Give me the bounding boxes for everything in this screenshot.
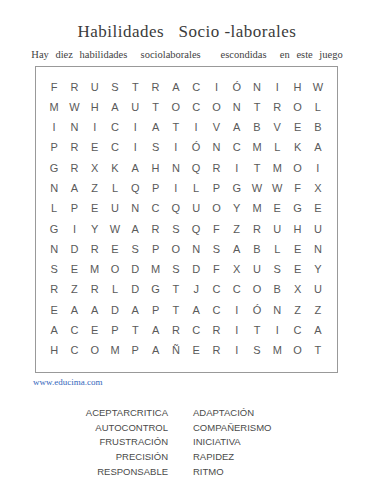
grid-cell-r5c4: K xyxy=(105,158,125,178)
grid-cell-r14c6: A xyxy=(145,341,165,361)
grid-cell-r7c8: U xyxy=(186,199,206,219)
grid-cell-r6c12: W xyxy=(267,178,287,198)
grid-cell-r3c13: E xyxy=(287,118,307,138)
grid-cell-r7c12: E xyxy=(267,199,287,219)
grid-cell-r14c1: H xyxy=(44,341,64,361)
grid-cell-r6c9: P xyxy=(206,178,226,198)
grid-cell-r3c7: T xyxy=(166,118,186,138)
grid-cell-r1c12: I xyxy=(267,77,287,97)
grid-cell-r6c4: L xyxy=(105,178,125,198)
grid-cell-r12c2: A xyxy=(64,300,84,320)
grid-cell-r3c9: V xyxy=(206,118,226,138)
grid-cell-r1c14: W xyxy=(308,77,328,97)
grid-cell-r9c13: E xyxy=(287,239,307,259)
grid-cell-r11c3: R xyxy=(85,280,105,300)
grid-cell-r7c7: Q xyxy=(166,199,186,219)
grid-cell-r12c3: A xyxy=(85,300,105,320)
grid-cell-r10c1: S xyxy=(44,260,64,280)
grid-cell-r11c4: L xyxy=(105,280,125,300)
word-search-page: Habilidades Socio -laborales Hay diez ha… xyxy=(0,0,374,480)
grid-cell-r9c1: N xyxy=(44,239,64,259)
grid-cell-r5c7: N xyxy=(166,158,186,178)
grid-cell-r9c4: E xyxy=(105,239,125,259)
grid-cell-r8c6: R xyxy=(145,219,165,239)
educima-link[interactable]: www.educima.com xyxy=(33,377,102,387)
grid-cell-r14c13: O xyxy=(287,341,307,361)
grid-cell-r2c3: H xyxy=(85,97,105,117)
grid-cell-r4c12: L xyxy=(267,138,287,158)
grid-cell-r9c10: A xyxy=(227,239,247,259)
grid-cell-r11c10: C xyxy=(227,280,247,300)
grid-cell-r3c1: I xyxy=(44,118,64,138)
grid-cell-r9c7: O xyxy=(166,239,186,259)
grid-cell-r5c14: I xyxy=(308,158,328,178)
grid-cell-r5c5: A xyxy=(125,158,145,178)
grid-cell-r1c8: C xyxy=(186,77,206,97)
grid-cell-r1c9: I xyxy=(206,77,226,97)
grid-cell-r12c8: A xyxy=(186,300,206,320)
grid-cell-r7c6: C xyxy=(145,199,165,219)
grid-cell-r4c9: N xyxy=(206,138,226,158)
grid-cell-r2c8: C xyxy=(186,97,206,117)
grid-cell-r12c13: Z xyxy=(287,300,307,320)
grid-cell-r12c5: A xyxy=(125,300,145,320)
word-item: INICIATIVA xyxy=(193,435,271,450)
grid-cell-r7c3: E xyxy=(85,199,105,219)
grid-cell-r10c3: M xyxy=(85,260,105,280)
grid-cell-r8c14: U xyxy=(308,219,328,239)
grid-cell-r8c8: Q xyxy=(186,219,206,239)
grid-cell-r14c14: T xyxy=(308,341,328,361)
grid-cell-r5c3: X xyxy=(85,158,105,178)
grid-cell-r8c11: R xyxy=(247,219,267,239)
grid-cell-r9c5: S xyxy=(125,239,145,259)
grid-cell-r11c9: C xyxy=(206,280,226,300)
grid-cell-r7c14: E xyxy=(308,199,328,219)
grid-cell-r11c8: J xyxy=(186,280,206,300)
grid-cell-r7c13: G xyxy=(287,199,307,219)
grid-cell-r13c4: P xyxy=(105,320,125,340)
grid-cell-r8c1: G xyxy=(44,219,64,239)
grid-cell-r3c4: C xyxy=(105,118,125,138)
grid-cell-r4c11: M xyxy=(247,138,267,158)
grid-cell-r14c9: R xyxy=(206,341,226,361)
grid-cell-r11c14: U xyxy=(308,280,328,300)
grid-cell-r6c6: P xyxy=(145,178,165,198)
page-title: Habilidades Socio -laborales xyxy=(0,22,374,42)
grid-cell-r4c7: I xyxy=(166,138,186,158)
grid-cell-r14c7: Ñ xyxy=(166,341,186,361)
word-item: AUTOCONTROL xyxy=(86,421,168,436)
page-subtitle: Hay diez habilidades sociolaborales esco… xyxy=(0,49,374,60)
grid-cell-r8c12: U xyxy=(267,219,287,239)
grid-cell-r4c4: C xyxy=(105,138,125,158)
grid-cell-r12c4: D xyxy=(105,300,125,320)
grid-cell-r11c13: X xyxy=(287,280,307,300)
grid-cell-r13c12: I xyxy=(267,320,287,340)
grid-cell-r7c4: U xyxy=(105,199,125,219)
grid-cell-r14c12: M xyxy=(267,341,287,361)
grid-cell-r14c8: E xyxy=(186,341,206,361)
grid-cell-r12c7: T xyxy=(166,300,186,320)
grid-cell-r4c6: S xyxy=(145,138,165,158)
grid-cell-r7c10: Y xyxy=(227,199,247,219)
grid-cell-r3c8: I xyxy=(186,118,206,138)
grid-cell-r13c14: A xyxy=(308,320,328,340)
grid-cell-r2c5: U xyxy=(125,97,145,117)
grid-cell-r5c10: I xyxy=(227,158,247,178)
word-list-column-left: ACEPTARCRITICA AUTOCONTROL FRUSTRACIÓN P… xyxy=(86,406,168,480)
grid-cell-r8c10: Z xyxy=(227,219,247,239)
word-item: RITMO xyxy=(193,465,271,480)
word-item: RAPIDEZ xyxy=(193,450,271,465)
grid-cell-r5c12: M xyxy=(267,158,287,178)
grid-cell-r9c8: N xyxy=(186,239,206,259)
grid-cell-r2c7: O xyxy=(166,97,186,117)
grid-cell-r11c7: T xyxy=(166,280,186,300)
grid-cell-r5c11: T xyxy=(247,158,267,178)
grid-cell-r13c1: A xyxy=(44,320,64,340)
grid-cell-r3c12: V xyxy=(267,118,287,138)
grid-cell-r6c2: A xyxy=(64,178,84,198)
grid-cell-r1c5: T xyxy=(125,77,145,97)
grid-cell-r4c8: Ó xyxy=(186,138,206,158)
grid-cell-r6c8: L xyxy=(186,178,206,198)
word-item: ACEPTARCRITICA xyxy=(86,406,168,421)
grid-cell-r4c5: I xyxy=(125,138,145,158)
hidden-words-list: ACEPTARCRITICA AUTOCONTROL FRUSTRACIÓN P… xyxy=(0,406,374,480)
grid-cell-r14c11: S xyxy=(247,341,267,361)
word-list-column-right: ADAPTACIÓN COMPAÑERISMO INICIATIVA RAPID… xyxy=(193,406,271,480)
word-item: COMPAÑERISMO xyxy=(193,421,271,436)
grid-cell-r12c11: Ó xyxy=(247,300,267,320)
grid-cell-r3c6: A xyxy=(145,118,165,138)
grid-cell-r9c9: S xyxy=(206,239,226,259)
grid-cell-r11c12: B xyxy=(267,280,287,300)
grid-cell-r9c2: D xyxy=(64,239,84,259)
grid-cell-r1c2: R xyxy=(64,77,84,97)
grid-cell-r4c1: P xyxy=(44,138,64,158)
grid-cell-r3c10: A xyxy=(227,118,247,138)
grid-cell-r8c2: I xyxy=(64,219,84,239)
grid-cell-r8c9: F xyxy=(206,219,226,239)
grid-cell-r2c13: O xyxy=(287,97,307,117)
word-item: PRECISIÓN xyxy=(86,450,168,465)
grid-cell-r2c4: A xyxy=(105,97,125,117)
grid-cell-r12c6: P xyxy=(145,300,165,320)
grid-cell-r7c5: N xyxy=(125,199,145,219)
grid-cell-r10c11: U xyxy=(247,260,267,280)
grid-cell-r7c11: M xyxy=(247,199,267,219)
grid-cell-r13c11: T xyxy=(247,320,267,340)
grid-cell-r10c5: D xyxy=(125,260,145,280)
grid-cell-r1c1: F xyxy=(44,77,64,97)
grid-cell-r4c10: C xyxy=(227,138,247,158)
grid-cell-r13c6: A xyxy=(145,320,165,340)
grid-cell-r9c3: R xyxy=(85,239,105,259)
grid-cell-r2c2: W xyxy=(64,97,84,117)
grid-cell-r6c5: Q xyxy=(125,178,145,198)
grid-cell-r6c3: Z xyxy=(85,178,105,198)
grid-cell-r1c7: A xyxy=(166,77,186,97)
grid-cell-r11c5: D xyxy=(125,280,145,300)
grid-cell-r13c7: R xyxy=(166,320,186,340)
grid-cell-r9c6: P xyxy=(145,239,165,259)
grid-cell-r13c13: C xyxy=(287,320,307,340)
grid-cell-r5c9: R xyxy=(206,158,226,178)
grid-cell-r11c6: G xyxy=(145,280,165,300)
grid-cell-r3c14: B xyxy=(308,118,328,138)
word-search-grid: FRUSTRACIÓNIHWMWHAUTOCONTROLINICIATIVABV… xyxy=(35,66,338,373)
grid-cell-r9c11: B xyxy=(247,239,267,259)
grid-cell-r12c9: C xyxy=(206,300,226,320)
grid-cell-r3c5: I xyxy=(125,118,145,138)
grid-cell-r4c13: K xyxy=(287,138,307,158)
grid-cell-r1c3: U xyxy=(85,77,105,97)
grid-cell-r1c4: S xyxy=(105,77,125,97)
grid-cell-r10c4: O xyxy=(105,260,125,280)
grid-cell-r1c11: N xyxy=(247,77,267,97)
grid-cell-r8c3: Y xyxy=(85,219,105,239)
grid-cell-r13c10: I xyxy=(227,320,247,340)
grid-cell-r2c14: L xyxy=(308,97,328,117)
grid-cell-r8c7: S xyxy=(166,219,186,239)
word-item: RESPONSABLE xyxy=(86,465,168,480)
grid-cell-r7c2: P xyxy=(64,199,84,219)
grid-cell-r13c2: C xyxy=(64,320,84,340)
grid-cell-r10c6: M xyxy=(145,260,165,280)
grid-cell-r1c6: R xyxy=(145,77,165,97)
word-item: ADAPTACIÓN xyxy=(193,406,271,421)
grid-cell-r10c10: X xyxy=(227,260,247,280)
grid-cell-r12c12: N xyxy=(267,300,287,320)
grid-cell-r7c1: L xyxy=(44,199,64,219)
grid-cell-r14c5: P xyxy=(125,341,145,361)
grid-cell-r2c10: N xyxy=(227,97,247,117)
grid-cell-r3c3: I xyxy=(85,118,105,138)
grid-cell-r10c2: E xyxy=(64,260,84,280)
grid-cell-r10c12: S xyxy=(267,260,287,280)
grid-cell-r2c12: R xyxy=(267,97,287,117)
grid-cell-r1c10: Ó xyxy=(227,77,247,97)
word-item: FRUSTRACIÓN xyxy=(86,435,168,450)
grid-cell-r2c11: T xyxy=(247,97,267,117)
grid-cell-r9c14: N xyxy=(308,239,328,259)
grid-cell-r10c7: S xyxy=(166,260,186,280)
grid-cell-r10c8: D xyxy=(186,260,206,280)
grid-cell-r3c11: B xyxy=(247,118,267,138)
grid-cell-r13c3: E xyxy=(85,320,105,340)
grid-cell-r5c13: O xyxy=(287,158,307,178)
grid-cell-r8c4: W xyxy=(105,219,125,239)
grid-cell-r12c1: E xyxy=(44,300,64,320)
grid-cell-r6c11: W xyxy=(247,178,267,198)
grid-cell-r13c5: T xyxy=(125,320,145,340)
grid-cell-r11c11: O xyxy=(247,280,267,300)
grid-cell-r14c4: M xyxy=(105,341,125,361)
grid-cell-r14c2: C xyxy=(64,341,84,361)
grid-cell-r7c9: O xyxy=(206,199,226,219)
grid-cell-r4c2: R xyxy=(64,138,84,158)
grid-cell-r4c14: A xyxy=(308,138,328,158)
grid-cell-r10c14: Y xyxy=(308,260,328,280)
grid-cell-r14c3: O xyxy=(85,341,105,361)
grid-cell-r2c9: O xyxy=(206,97,226,117)
grid-cell-r1c13: H xyxy=(287,77,307,97)
grid-cell-r11c2: Z xyxy=(64,280,84,300)
grid-cell-r5c6: H xyxy=(145,158,165,178)
grid-cell-r13c8: C xyxy=(186,320,206,340)
grid-cell-r6c10: G xyxy=(227,178,247,198)
grid-cell-r5c2: R xyxy=(64,158,84,178)
grid-cell-r10c9: F xyxy=(206,260,226,280)
grid-cell-r6c13: F xyxy=(287,178,307,198)
grid-cell-r9c12: L xyxy=(267,239,287,259)
grid-cell-r2c6: T xyxy=(145,97,165,117)
grid-cell-r14c10: I xyxy=(227,341,247,361)
grid-cell-r8c13: H xyxy=(287,219,307,239)
grid-cell-r2c1: M xyxy=(44,97,64,117)
grid-cell-r5c1: G xyxy=(44,158,64,178)
grid-cell-r11c1: R xyxy=(44,280,64,300)
grid-cell-r5c8: Q xyxy=(186,158,206,178)
grid-cell-r13c9: R xyxy=(206,320,226,340)
grid-cell-r10c13: E xyxy=(287,260,307,280)
grid-cell-r12c10: I xyxy=(227,300,247,320)
grid-cell-r3c2: N xyxy=(64,118,84,138)
grid-cell-r12c14: Z xyxy=(308,300,328,320)
grid-cell-r4c3: E xyxy=(85,138,105,158)
grid-cell-r6c1: N xyxy=(44,178,64,198)
grid-cell-r6c7: I xyxy=(166,178,186,198)
grid-cell-r6c14: X xyxy=(308,178,328,198)
grid-cell-r8c5: A xyxy=(125,219,145,239)
